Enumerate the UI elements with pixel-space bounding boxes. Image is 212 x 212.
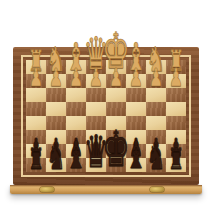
brass-hinge-icon: [40, 187, 54, 192]
square-r2c5: [126, 88, 146, 102]
square-r4c5: [126, 116, 146, 130]
square-r0c5: ♝: [126, 60, 146, 74]
square-r3c7: [166, 102, 186, 116]
square-r4c1: [46, 116, 66, 130]
piece-white-bishop: ♝: [65, 38, 86, 76]
square-r1c6: ♟: [146, 74, 166, 88]
square-r2c6: [146, 88, 166, 102]
square-r7c3: ♛: [86, 158, 106, 172]
square-r0c7: ♜: [166, 60, 186, 74]
square-r2c1: [46, 88, 66, 102]
square-r4c0: [26, 116, 46, 130]
square-r3c1: [46, 102, 66, 116]
square-r2c4: [106, 88, 126, 102]
square-r6c7: ♟: [166, 144, 186, 158]
square-r5c6: [146, 130, 166, 144]
square-r7c1: ♞: [46, 158, 66, 172]
board-inlay-line: ♜♞♝♛♚♝♞♜♟♟♟♟♟♟♟♟♟♟♟♟♟♟♟♟♜♞♝♛♚♝♞♜: [21, 55, 191, 177]
square-r0c3: ♛: [86, 60, 106, 74]
square-r3c4: [106, 102, 126, 116]
square-r1c5: ♟: [126, 74, 146, 88]
square-r1c4: ♟: [106, 74, 126, 88]
piece-white-queen: ♛: [83, 31, 108, 76]
square-r6c0: ♟: [26, 144, 46, 158]
square-r4c2: [66, 116, 86, 130]
square-r1c0: ♟: [26, 74, 46, 88]
square-r6c3: ♟: [86, 144, 106, 158]
square-r5c3: [86, 130, 106, 144]
square-r5c5: [126, 130, 146, 144]
piece-white-rook: ♜: [28, 47, 44, 76]
square-r0c6: ♞: [146, 60, 166, 74]
square-r1c2: ♟: [66, 74, 86, 88]
square-r6c6: ♟: [146, 144, 166, 158]
square-r3c0: [26, 102, 46, 116]
square-r6c1: ♟: [46, 144, 66, 158]
square-r4c4: [106, 116, 126, 130]
square-r7c2: ♝: [66, 158, 86, 172]
brass-hinge-icon: [150, 187, 164, 192]
square-r4c7: [166, 116, 186, 130]
square-r1c1: ♟: [46, 74, 66, 88]
square-r0c2: ♝: [66, 60, 86, 74]
square-r2c7: [166, 88, 186, 102]
board-grid: ♜♞♝♛♚♝♞♜♟♟♟♟♟♟♟♟♟♟♟♟♟♟♟♟♜♞♝♛♚♝♞♜: [26, 60, 186, 172]
piece-white-knight: ♞: [147, 42, 166, 76]
square-r6c5: ♟: [126, 144, 146, 158]
square-r6c4: ♟: [106, 144, 126, 158]
square-r3c6: [146, 102, 166, 116]
square-r2c0: [26, 88, 46, 102]
square-r1c3: ♟: [86, 74, 106, 88]
square-r5c4: [106, 130, 126, 144]
piece-white-knight: ♞: [47, 42, 66, 76]
chess-board: ♜♞♝♛♚♝♞♜♟♟♟♟♟♟♟♟♟♟♟♟♟♟♟♟♜♞♝♛♚♝♞♜: [13, 47, 199, 194]
square-r4c6: [146, 116, 166, 130]
square-r2c2: [66, 88, 86, 102]
square-r5c0: [26, 130, 46, 144]
square-r7c0: ♜: [26, 158, 46, 172]
piece-white-rook: ♜: [168, 47, 184, 76]
square-r0c0: ♜: [26, 60, 46, 74]
square-r3c3: [86, 102, 106, 116]
piece-white-bishop: ♝: [125, 38, 146, 76]
square-r5c7: [166, 130, 186, 144]
square-r5c1: [46, 130, 66, 144]
square-r7c6: ♞: [146, 158, 166, 172]
square-r0c1: ♞: [46, 60, 66, 74]
square-r2c3: [86, 88, 106, 102]
square-r7c4: ♚: [106, 158, 126, 172]
square-r7c5: ♝: [126, 158, 146, 172]
chess-set-photo: ♜♞♝♛♚♝♞♜♟♟♟♟♟♟♟♟♟♟♟♟♟♟♟♟♜♞♝♛♚♝♞♜: [0, 0, 212, 212]
square-r7c7: ♜: [166, 158, 186, 172]
square-r4c3: [86, 116, 106, 130]
board-frame: ♜♞♝♛♚♝♞♜♟♟♟♟♟♟♟♟♟♟♟♟♟♟♟♟♜♞♝♛♚♝♞♜: [13, 47, 199, 185]
board-front-edge: [10, 185, 202, 194]
square-r6c2: ♟: [66, 144, 86, 158]
square-r5c2: [66, 130, 86, 144]
square-r3c2: [66, 102, 86, 116]
square-r0c4: ♚: [106, 60, 126, 74]
square-r3c5: [126, 102, 146, 116]
square-r1c7: ♟: [166, 74, 186, 88]
